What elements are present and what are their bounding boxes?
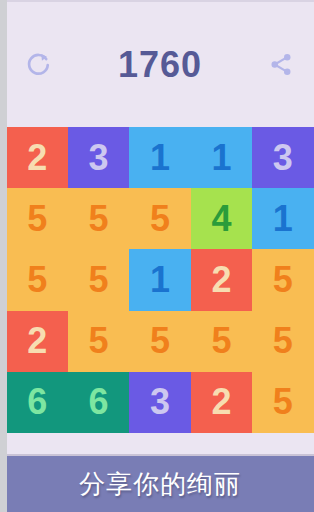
tile-r3c3[interactable]: 1 <box>129 249 190 310</box>
score-display: 1760 <box>118 44 202 86</box>
tile-r4c5[interactable]: 5 <box>252 311 313 372</box>
share-icon <box>269 52 294 77</box>
tile-r1c1[interactable]: 2 <box>7 127 68 188</box>
share-button[interactable] <box>267 50 297 80</box>
tile-r3c4[interactable]: 2 <box>191 249 252 310</box>
tile-r4c2[interactable]: 5 <box>68 311 129 372</box>
app-screen: 1760 2311355541551252555566325 分享你的绚丽 <box>7 0 314 512</box>
tile-r2c5[interactable]: 1 <box>252 188 313 249</box>
tile-r4c1[interactable]: 2 <box>7 311 68 372</box>
game-board[interactable]: 2311355541551252555566325 <box>7 127 314 433</box>
refresh-icon <box>25 51 52 78</box>
tile-r3c2[interactable]: 5 <box>68 249 129 310</box>
tile-r2c2[interactable]: 5 <box>68 188 129 249</box>
tile-r1c2[interactable]: 3 <box>68 127 129 188</box>
header: 1760 <box>7 2 314 127</box>
tile-r2c1[interactable]: 5 <box>7 188 68 249</box>
tile-r3c5[interactable]: 5 <box>252 249 313 310</box>
tile-r5c5[interactable]: 5 <box>252 372 313 433</box>
tile-r4c4[interactable]: 5 <box>191 311 252 372</box>
tile-r1c3[interactable]: 1 <box>129 127 190 188</box>
tile-r5c2[interactable]: 6 <box>68 372 129 433</box>
tile-r4c3[interactable]: 5 <box>129 311 190 372</box>
share-banner-label: 分享你的绚丽 <box>79 467 241 502</box>
tile-r2c4[interactable]: 4 <box>191 188 252 249</box>
tile-r5c1[interactable]: 6 <box>7 372 68 433</box>
tile-r5c4[interactable]: 2 <box>191 372 252 433</box>
share-banner[interactable]: 分享你的绚丽 <box>7 454 314 512</box>
restart-button[interactable] <box>24 50 54 80</box>
tile-r1c4[interactable]: 1 <box>191 127 252 188</box>
tile-r3c1[interactable]: 5 <box>7 249 68 310</box>
tile-r1c5[interactable]: 3 <box>252 127 313 188</box>
tile-r5c3[interactable]: 3 <box>129 372 190 433</box>
tile-r2c3[interactable]: 5 <box>129 188 190 249</box>
board-footer-gap <box>7 433 314 454</box>
